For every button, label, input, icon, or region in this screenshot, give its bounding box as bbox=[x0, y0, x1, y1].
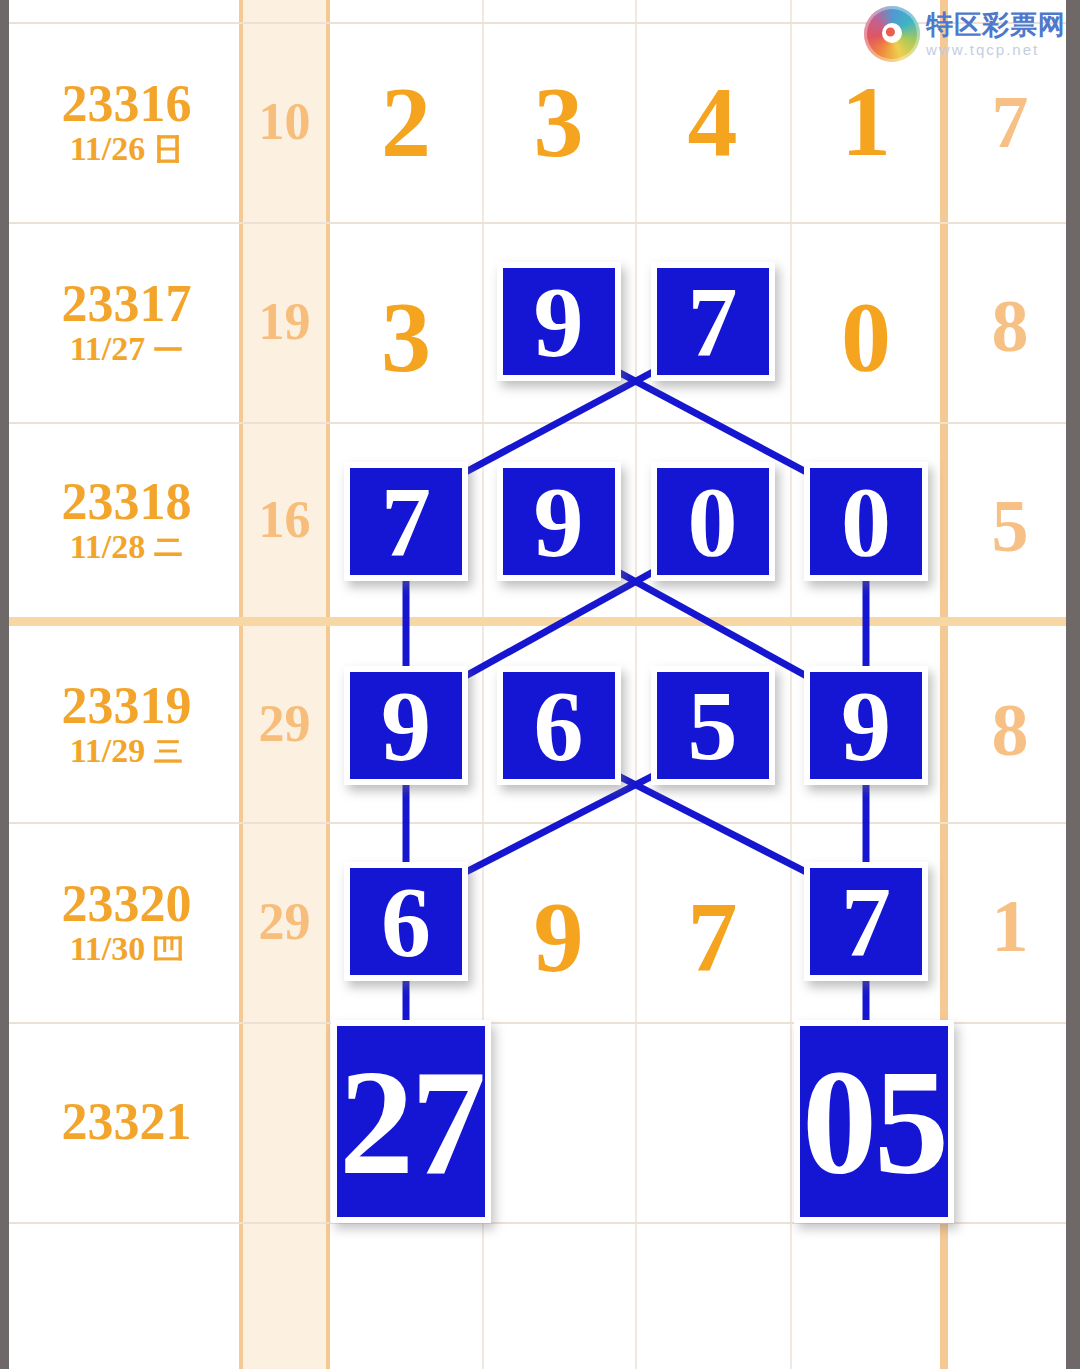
boxed-digit-value: 9 bbox=[534, 272, 584, 372]
date-text: 11/27 bbox=[70, 332, 146, 366]
lottery-trend-chart-page: 2331611/2610234172331711/271939708233181… bbox=[0, 0, 1080, 1369]
issue-date: 11/30 bbox=[70, 932, 184, 966]
sum-value: 10 bbox=[243, 22, 326, 222]
date-text: 11/28 bbox=[70, 530, 146, 564]
site-name: 特区彩票网 bbox=[926, 12, 1066, 39]
issue-label: 23321 bbox=[10, 1022, 243, 1222]
issue-label: 2331611/26 bbox=[10, 22, 243, 222]
site-logo[interactable]: 特区彩票网 www.tqcp.net bbox=[864, 3, 1066, 65]
sum-value: 19 bbox=[243, 222, 326, 422]
boxed-digit: 9 bbox=[497, 262, 621, 381]
issue-date: 11/26 bbox=[70, 132, 184, 166]
issue-number: 23318 bbox=[62, 476, 192, 528]
tail-digit: 7 bbox=[992, 85, 1029, 159]
issue-label: 2331811/28 bbox=[10, 422, 243, 618]
issue-label: 2332011/30 bbox=[10, 822, 243, 1022]
boxed-digit-value: 0 bbox=[688, 472, 738, 572]
weekday-glyph-icon bbox=[153, 134, 183, 164]
digit-cell: 3 bbox=[381, 287, 431, 387]
weekday-glyph-icon bbox=[153, 532, 183, 562]
boxed-digit: 7 bbox=[344, 462, 468, 581]
date-text: 11/29 bbox=[70, 734, 146, 768]
boxed-digit: 6 bbox=[497, 666, 621, 785]
issue-label: 2331911/29 bbox=[10, 626, 243, 822]
boxed-digit-value: 6 bbox=[381, 872, 431, 972]
issue-number: 23316 bbox=[62, 78, 192, 130]
tail-digit: 5 bbox=[992, 489, 1029, 563]
boxed-digit-value: 6 bbox=[534, 676, 584, 776]
boxed-digit: 9 bbox=[497, 462, 621, 581]
digit-cell: 4 bbox=[688, 72, 738, 172]
boxed-digit-value: 7 bbox=[688, 272, 738, 372]
sum-value: 29 bbox=[243, 626, 326, 822]
boxed-digit-value: 9 bbox=[381, 676, 431, 776]
issue-date: 11/27 bbox=[70, 332, 184, 366]
date-text: 11/30 bbox=[70, 932, 146, 966]
digit-cell: 3 bbox=[534, 72, 584, 172]
prediction-value: 27 bbox=[339, 1047, 483, 1197]
weekday-glyph-icon bbox=[153, 934, 183, 964]
weekday-glyph-icon bbox=[153, 736, 183, 766]
digit-cell: 1 bbox=[841, 72, 891, 172]
rows-layer: 2331611/2610234172331711/271939708233181… bbox=[0, 0, 1080, 1369]
boxed-digit-value: 0 bbox=[841, 472, 891, 572]
boxed-digit-value: 7 bbox=[381, 472, 431, 572]
boxed-digit: 0 bbox=[651, 462, 775, 581]
boxed-digit-value: 7 bbox=[841, 872, 891, 972]
digit-cell: 7 bbox=[688, 887, 738, 987]
date-text: 11/26 bbox=[70, 132, 146, 166]
issue-number: 23319 bbox=[62, 680, 192, 732]
page-edge-right bbox=[1066, 0, 1080, 1369]
digit-cell: 0 bbox=[841, 287, 891, 387]
sum-value: 16 bbox=[243, 422, 326, 618]
issue-date: 11/28 bbox=[70, 530, 184, 564]
site-url: www.tqcp.net bbox=[926, 42, 1066, 57]
boxed-digit: 5 bbox=[651, 666, 775, 785]
boxed-digit: 0 bbox=[804, 462, 928, 581]
issue-date: 11/29 bbox=[70, 734, 184, 768]
issue-number: 23317 bbox=[62, 278, 192, 330]
boxed-digit-value: 9 bbox=[841, 676, 891, 776]
boxed-digit: 6 bbox=[344, 862, 468, 981]
weekday-glyph-icon bbox=[153, 334, 183, 364]
logo-swirl-icon bbox=[864, 6, 920, 62]
boxed-digit: 7 bbox=[804, 862, 928, 981]
issue-number: 23321 bbox=[62, 1096, 192, 1148]
issue-number: 23320 bbox=[62, 878, 192, 930]
issue-label: 2331711/27 bbox=[10, 222, 243, 422]
page-edge-left bbox=[0, 0, 9, 1369]
boxed-digit: 7 bbox=[651, 262, 775, 381]
prediction-box: 27 bbox=[331, 1020, 491, 1223]
boxed-digit-value: 5 bbox=[688, 676, 738, 776]
boxed-digit: 9 bbox=[804, 666, 928, 785]
tail-digit: 8 bbox=[992, 693, 1029, 767]
prediction-value: 05 bbox=[802, 1047, 946, 1197]
prediction-box: 05 bbox=[794, 1020, 954, 1223]
digit-cell: 9 bbox=[534, 887, 584, 987]
sum-value: 29 bbox=[243, 822, 326, 1022]
boxed-digit-value: 9 bbox=[534, 472, 584, 572]
tail-digit: 8 bbox=[992, 289, 1029, 363]
tail-digit: 1 bbox=[992, 889, 1029, 963]
boxed-digit: 9 bbox=[344, 666, 468, 785]
digit-cell: 2 bbox=[381, 72, 431, 172]
